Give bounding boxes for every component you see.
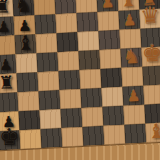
square-c7[interactable] bbox=[35, 14, 57, 34]
piece-black-pawn[interactable]: ♟ bbox=[0, 20, 11, 36]
square-f3[interactable] bbox=[101, 87, 123, 107]
chess-board-photo: ♜♞♟♝♜♟♟♟♛♝♟♞♚♜♟♟♚♝ bbox=[0, 0, 160, 160]
piece-white-knight[interactable]: ♞ bbox=[122, 47, 140, 67]
square-g4[interactable] bbox=[121, 67, 143, 87]
square-d1[interactable] bbox=[61, 127, 83, 147]
board-tilt-wrapper: ♜♞♟♝♜♟♟♟♛♝♟♞♚♜♟♟♚♝ bbox=[0, 0, 160, 160]
square-d4[interactable] bbox=[59, 70, 81, 90]
square-b5[interactable] bbox=[16, 53, 38, 73]
square-g3[interactable]: ♟ bbox=[122, 86, 144, 106]
piece-white-queen[interactable]: ♛ bbox=[140, 5, 160, 28]
square-f7[interactable] bbox=[97, 11, 119, 31]
square-a6[interactable] bbox=[0, 35, 16, 55]
piece-black-king[interactable]: ♚ bbox=[0, 125, 20, 149]
square-b6[interactable]: ♝ bbox=[15, 34, 37, 54]
square-d3[interactable] bbox=[59, 89, 81, 109]
square-g8[interactable]: ♝ bbox=[117, 0, 139, 11]
piece-black-bishop[interactable]: ♝ bbox=[16, 32, 35, 53]
square-e3[interactable] bbox=[80, 88, 102, 108]
chess-board[interactable]: ♜♞♟♝♜♟♟♟♛♝♟♞♚♜♟♟♚♝ bbox=[0, 0, 160, 150]
square-f4[interactable] bbox=[100, 68, 122, 88]
piece-black-rook[interactable]: ♜ bbox=[0, 73, 15, 92]
square-e5[interactable] bbox=[78, 50, 100, 70]
square-a7[interactable]: ♟ bbox=[0, 16, 15, 36]
square-c2[interactable] bbox=[40, 109, 62, 129]
square-h5[interactable]: ♚ bbox=[141, 47, 160, 67]
square-g2[interactable] bbox=[123, 105, 145, 125]
square-d7[interactable] bbox=[56, 13, 78, 33]
square-c5[interactable] bbox=[37, 52, 59, 72]
square-g1[interactable] bbox=[124, 124, 146, 144]
square-c6[interactable] bbox=[36, 33, 58, 53]
square-e7[interactable] bbox=[76, 12, 98, 32]
square-a1[interactable]: ♚ bbox=[0, 130, 21, 150]
square-f2[interactable] bbox=[102, 106, 124, 126]
square-e2[interactable] bbox=[81, 107, 103, 127]
square-b1[interactable] bbox=[20, 129, 42, 149]
square-d2[interactable] bbox=[60, 108, 82, 128]
square-d6[interactable] bbox=[57, 32, 79, 52]
square-h4[interactable] bbox=[142, 66, 160, 86]
piece-black-knight[interactable]: ♞ bbox=[15, 0, 33, 15]
square-e4[interactable] bbox=[79, 69, 101, 89]
square-c3[interactable] bbox=[39, 90, 61, 110]
piece-white-bishop[interactable]: ♝ bbox=[147, 121, 160, 142]
square-b3[interactable] bbox=[18, 91, 40, 111]
square-g7[interactable]: ♟ bbox=[118, 10, 140, 30]
piece-black-rook[interactable]: ♜ bbox=[0, 0, 11, 16]
square-g5[interactable]: ♞ bbox=[120, 48, 142, 68]
piece-white-pawn[interactable]: ♟ bbox=[100, 0, 114, 11]
square-h7[interactable]: ♛ bbox=[139, 9, 160, 29]
square-a8[interactable]: ♜ bbox=[0, 0, 14, 17]
piece-white-king[interactable]: ♚ bbox=[141, 42, 160, 66]
square-b4[interactable] bbox=[17, 72, 39, 92]
piece-white-bishop[interactable]: ♝ bbox=[119, 0, 138, 10]
square-b8[interactable]: ♞ bbox=[13, 0, 35, 16]
piece-white-pawn[interactable]: ♟ bbox=[122, 13, 136, 29]
square-d5[interactable] bbox=[58, 51, 80, 71]
square-a4[interactable]: ♜ bbox=[0, 73, 18, 93]
square-f5[interactable] bbox=[99, 49, 121, 69]
square-e1[interactable] bbox=[82, 126, 104, 146]
square-f6[interactable] bbox=[98, 30, 120, 50]
square-e6[interactable] bbox=[77, 31, 99, 51]
square-a3[interactable] bbox=[0, 92, 19, 112]
square-h3[interactable] bbox=[143, 85, 160, 105]
square-c4[interactable] bbox=[38, 71, 60, 91]
square-h1[interactable]: ♝ bbox=[145, 123, 160, 143]
square-c8[interactable] bbox=[34, 0, 56, 15]
piece-white-pawn[interactable]: ♟ bbox=[126, 89, 140, 105]
square-f1[interactable] bbox=[103, 125, 125, 145]
square-d8[interactable] bbox=[55, 0, 77, 14]
square-c1[interactable] bbox=[41, 128, 63, 148]
square-b2[interactable] bbox=[19, 110, 41, 130]
